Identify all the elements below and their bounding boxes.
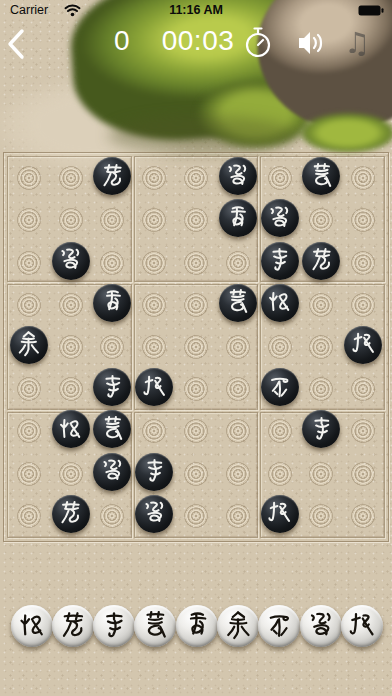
cell-r1c3[interactable] [92, 157, 134, 199]
stopwatch-button[interactable] [240, 24, 276, 62]
cell-r5c4[interactable] [133, 326, 175, 368]
sand-spiral [226, 462, 250, 486]
sand-spiral [309, 335, 333, 359]
sand-spiral [17, 251, 41, 275]
cell-r1c7[interactable] [259, 157, 301, 199]
back-button[interactable] [6, 28, 34, 60]
cell-r5c2[interactable] [50, 326, 92, 368]
chevron-left-icon [6, 28, 28, 60]
sand-spiral [100, 335, 124, 359]
board-stone[interactable] [219, 157, 257, 195]
board-stone[interactable] [302, 157, 340, 195]
sand-spiral [268, 462, 292, 486]
sand-spiral [100, 504, 124, 528]
sand-spiral [142, 293, 166, 317]
tray-stone-9[interactable] [341, 605, 383, 647]
sand-spiral [17, 293, 41, 317]
cell-r1c2[interactable] [50, 157, 92, 199]
cell-r3c1[interactable] [8, 241, 50, 283]
sand-spiral [351, 419, 375, 443]
cell-r9c8[interactable] [300, 495, 342, 537]
cell-r1c9[interactable] [342, 157, 384, 199]
sand-spiral [184, 377, 208, 401]
sand-spiral [309, 377, 333, 401]
cell-r5c8[interactable] [300, 326, 342, 368]
sand-spiral [100, 208, 124, 232]
sand-spiral [17, 208, 41, 232]
sand-spiral [184, 251, 208, 275]
sand-spiral [184, 166, 208, 190]
cell-r5c6[interactable] [217, 326, 259, 368]
speaker-icon [293, 24, 329, 62]
sand-spiral [142, 419, 166, 443]
sand-spiral [184, 419, 208, 443]
board-stone[interactable] [10, 326, 48, 364]
cell-r4c3[interactable] [92, 284, 134, 326]
cell-r9c9[interactable] [342, 495, 384, 537]
tray-stone-8[interactable] [300, 605, 342, 647]
board-stone[interactable] [52, 410, 90, 448]
cell-r8c3[interactable] [92, 453, 134, 495]
board-stone[interactable] [93, 368, 131, 406]
moss-lobe [196, 78, 316, 150]
sand-spiral [142, 335, 166, 359]
cell-r8c5[interactable] [175, 453, 217, 495]
cell-r4c1[interactable] [8, 284, 50, 326]
sand-spiral [351, 251, 375, 275]
sand-spiral [184, 462, 208, 486]
cell-r2c6[interactable] [217, 199, 259, 241]
sand-spiral [17, 377, 41, 401]
clock-label: 11:16 AM [0, 3, 392, 17]
battery-icon [358, 5, 384, 16]
cherry-blossoms [0, 0, 182, 147]
cell-r4c7[interactable] [259, 284, 301, 326]
board-stone[interactable] [135, 368, 173, 406]
sand-spiral [17, 462, 41, 486]
cell-r5c5[interactable] [175, 326, 217, 368]
moss-mound [67, 0, 346, 147]
sand-spiral [184, 504, 208, 528]
sand-spiral [351, 462, 375, 486]
tray-stone-7[interactable] [258, 605, 300, 647]
tray-stone-6[interactable] [217, 605, 259, 647]
cell-r8c1[interactable] [8, 453, 50, 495]
sand-spiral [59, 377, 83, 401]
cell-r1c6[interactable] [217, 157, 259, 199]
board-stone[interactable] [219, 284, 257, 322]
cell-r3c4[interactable] [133, 241, 175, 283]
board-stone[interactable] [135, 495, 173, 533]
cell-r2c2[interactable] [50, 199, 92, 241]
cell-r1c4[interactable] [133, 157, 175, 199]
cell-r8c6[interactable] [217, 453, 259, 495]
sand-spiral [351, 504, 375, 528]
board-stone[interactable] [302, 410, 340, 448]
cell-r4c5[interactable] [175, 284, 217, 326]
sand-spiral [17, 504, 41, 528]
cell-r6c8[interactable] [300, 368, 342, 410]
sand-spiral [351, 377, 375, 401]
sand-spiral [142, 166, 166, 190]
moss-strip [298, 112, 392, 154]
timer-display: 00:03 [160, 25, 236, 57]
sand-spiral [351, 293, 375, 317]
tray-stone-5[interactable] [176, 605, 218, 647]
cell-r5c9[interactable] [342, 326, 384, 368]
board-stone[interactable] [135, 453, 173, 491]
board-stone[interactable] [261, 199, 299, 237]
cell-r9c5[interactable] [175, 495, 217, 537]
cell-r7c9[interactable] [342, 410, 384, 452]
tray-stone-2[interactable] [52, 605, 94, 647]
sound-button[interactable] [293, 24, 329, 62]
cell-r2c1[interactable] [8, 199, 50, 241]
cell-r2c5[interactable] [175, 199, 217, 241]
sand-spiral [142, 208, 166, 232]
board-stone[interactable] [93, 284, 131, 322]
board-stone[interactable] [93, 453, 131, 491]
cell-r7c6[interactable] [217, 410, 259, 452]
cell-r6c4[interactable] [133, 368, 175, 410]
sand-spiral [184, 293, 208, 317]
cell-r7c7[interactable] [259, 410, 301, 452]
moss-shadow [108, 116, 298, 154]
sand-spiral [59, 462, 83, 486]
cell-r9c2[interactable] [50, 495, 92, 537]
sand-spiral [351, 208, 375, 232]
board-stone[interactable] [261, 368, 299, 406]
cell-r6c7[interactable] [259, 368, 301, 410]
sand-spiral [59, 293, 83, 317]
cell-r7c1[interactable] [8, 410, 50, 452]
cell-r2c4[interactable] [133, 199, 175, 241]
stopwatch-icon [240, 24, 276, 62]
toolbar: 0 00:03 ♫ [0, 24, 392, 64]
cell-r5c7[interactable] [259, 326, 301, 368]
move-counter: 0 [100, 25, 144, 57]
sand-spiral [268, 419, 292, 443]
sand-spiral [309, 462, 333, 486]
cell-r5c1[interactable] [8, 326, 50, 368]
rock [249, 0, 392, 140]
cell-r3c3[interactable] [92, 241, 134, 283]
cell-r6c5[interactable] [175, 368, 217, 410]
cell-r9c6[interactable] [217, 495, 259, 537]
cell-r1c1[interactable] [8, 157, 50, 199]
sand-spiral [59, 335, 83, 359]
cell-r2c8[interactable] [300, 199, 342, 241]
cell-r9c1[interactable] [8, 495, 50, 537]
board-stone[interactable] [261, 495, 299, 533]
cell-r3c5[interactable] [175, 241, 217, 283]
sand-spiral [184, 335, 208, 359]
board-stone[interactable] [261, 284, 299, 322]
tray-stone-3[interactable] [93, 605, 135, 647]
sand-spiral [226, 504, 250, 528]
board-stone[interactable] [344, 326, 382, 364]
sand-spiral [309, 504, 333, 528]
tray-stone-4[interactable] [134, 605, 176, 647]
music-notes-icon: ♫ [344, 26, 370, 60]
cell-r3c7[interactable] [259, 241, 301, 283]
cell-grid [8, 157, 384, 537]
sand-spiral [100, 251, 124, 275]
cell-r4c6[interactable] [217, 284, 259, 326]
cell-r4c4[interactable] [133, 284, 175, 326]
sand-spiral [142, 251, 166, 275]
cell-r6c3[interactable] [92, 368, 134, 410]
cell-r2c9[interactable] [342, 199, 384, 241]
cell-r9c7[interactable] [259, 495, 301, 537]
cell-r7c2[interactable] [50, 410, 92, 452]
sand-spiral [268, 166, 292, 190]
cell-r6c9[interactable] [342, 368, 384, 410]
cell-r7c3[interactable] [92, 410, 134, 452]
cell-r3c8[interactable] [300, 241, 342, 283]
board-stone[interactable] [52, 495, 90, 533]
sand-spiral [309, 293, 333, 317]
sand-spiral [184, 208, 208, 232]
cell-r4c8[interactable] [300, 284, 342, 326]
sand-spiral [226, 335, 250, 359]
cell-r6c1[interactable] [8, 368, 50, 410]
cell-r5c3[interactable] [92, 326, 134, 368]
cell-r2c3[interactable] [92, 199, 134, 241]
cell-r9c4[interactable] [133, 495, 175, 537]
sand-spiral [309, 208, 333, 232]
cell-r8c9[interactable] [342, 453, 384, 495]
cell-r4c9[interactable] [342, 284, 384, 326]
app-screen: Carrier 11:16 AM 0 00:03 [0, 0, 392, 696]
sand-spiral [226, 251, 250, 275]
sand-spiral [59, 166, 83, 190]
cell-r2c7[interactable] [259, 199, 301, 241]
cell-r8c4[interactable] [133, 453, 175, 495]
cell-r8c7[interactable] [259, 453, 301, 495]
sand-spiral [268, 335, 292, 359]
board-stone[interactable] [52, 242, 90, 280]
sand-spiral [17, 166, 41, 190]
cell-r6c2[interactable] [50, 368, 92, 410]
cell-r3c9[interactable] [342, 241, 384, 283]
cell-r1c8[interactable] [300, 157, 342, 199]
board-stone[interactable] [93, 157, 131, 195]
sand-spiral [226, 377, 250, 401]
status-bar: Carrier 11:16 AM [0, 0, 392, 20]
sand-spiral [351, 166, 375, 190]
cell-r7c4[interactable] [133, 410, 175, 452]
board-stone[interactable] [219, 199, 257, 237]
sand-spiral [59, 208, 83, 232]
cell-r9c3[interactable] [92, 495, 134, 537]
board-stone[interactable] [302, 242, 340, 280]
cell-r3c2[interactable] [50, 241, 92, 283]
cell-r7c8[interactable] [300, 410, 342, 452]
cell-r1c5[interactable] [175, 157, 217, 199]
sand-spiral [226, 419, 250, 443]
cell-r7c5[interactable] [175, 410, 217, 452]
cell-r6c6[interactable] [217, 368, 259, 410]
cell-r3c6[interactable] [217, 241, 259, 283]
tray-stone-1[interactable] [11, 605, 53, 647]
cell-r8c8[interactable] [300, 453, 342, 495]
cell-r4c2[interactable] [50, 284, 92, 326]
cell-r8c2[interactable] [50, 453, 92, 495]
board-stone[interactable] [93, 410, 131, 448]
music-button[interactable]: ♫ [339, 24, 375, 62]
sand-spiral [17, 419, 41, 443]
sudoku-board [3, 152, 389, 542]
board-stone[interactable] [261, 242, 299, 280]
